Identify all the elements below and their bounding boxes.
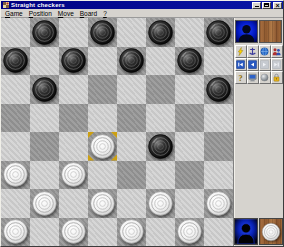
square-6-1[interactable]	[1, 161, 30, 190]
black-checker[interactable]	[88, 18, 117, 47]
square-3-1[interactable]	[1, 75, 30, 104]
top-player-row	[235, 20, 282, 43]
square-4-2[interactable]	[30, 104, 59, 133]
square-2-2[interactable]	[30, 47, 59, 76]
square-6-7[interactable]	[175, 161, 204, 190]
white-checker[interactable]	[88, 189, 117, 218]
square-3-7[interactable]	[175, 75, 204, 104]
square-5-4[interactable]	[88, 132, 117, 161]
square-4-8[interactable]	[204, 104, 233, 133]
square-2-1[interactable]	[1, 47, 30, 76]
square-6-2[interactable]	[30, 161, 59, 190]
network-button[interactable]	[259, 71, 271, 84]
black-checker[interactable]	[1, 47, 30, 76]
square-3-6[interactable]	[146, 75, 175, 104]
square-8-1[interactable]	[1, 218, 30, 247]
black-player-swatch	[259, 20, 282, 43]
white-player-swatch	[259, 218, 283, 245]
square-1-1[interactable]	[1, 18, 30, 47]
white-checker[interactable]	[117, 218, 146, 247]
square-1-6[interactable]	[146, 18, 175, 47]
maximize-button[interactable]	[262, 2, 271, 9]
bottom-player-row	[234, 218, 283, 245]
square-4-1[interactable]	[1, 104, 30, 133]
square-5-6[interactable]	[146, 132, 175, 161]
square-5-5[interactable]	[117, 132, 146, 161]
white-checker[interactable]	[88, 132, 117, 161]
white-checker[interactable]	[30, 189, 59, 218]
side-toolbar: ?	[235, 45, 283, 84]
display-button[interactable]	[247, 71, 259, 84]
nav-back-button[interactable]	[247, 58, 259, 71]
minimize-button[interactable]	[252, 2, 261, 9]
square-7-6[interactable]	[146, 189, 175, 218]
square-4-7[interactable]	[175, 104, 204, 133]
square-4-6[interactable]	[146, 104, 175, 133]
black-checker[interactable]	[175, 47, 204, 76]
square-2-7[interactable]	[175, 47, 204, 76]
minimize-icon	[255, 6, 259, 7]
square-8-3[interactable]	[59, 218, 88, 247]
square-8-6[interactable]	[146, 218, 175, 247]
white-checker[interactable]	[1, 218, 30, 247]
menu-item-game[interactable]: Game	[2, 10, 26, 17]
white-checker[interactable]	[204, 189, 233, 218]
black-checker[interactable]	[146, 18, 175, 47]
square-1-3[interactable]	[59, 18, 88, 47]
white-checker-icon	[261, 222, 281, 242]
white-checker[interactable]	[1, 161, 30, 190]
square-7-5[interactable]	[117, 189, 146, 218]
square-1-8[interactable]	[204, 18, 233, 47]
nav-first-button[interactable]	[235, 58, 247, 71]
maximize-icon	[264, 3, 269, 7]
square-2-8[interactable]	[204, 47, 233, 76]
square-7-3[interactable]	[59, 189, 88, 218]
menu-item-move[interactable]: Move	[55, 10, 77, 17]
board	[1, 18, 233, 246]
white-checker[interactable]	[146, 189, 175, 218]
client-area: ?	[1, 18, 283, 246]
nav-last-button[interactable]	[271, 58, 283, 71]
square-2-5[interactable]	[117, 47, 146, 76]
square-1-4[interactable]	[88, 18, 117, 47]
square-7-7[interactable]	[175, 189, 204, 218]
square-2-4[interactable]	[88, 47, 117, 76]
close-icon: ×	[275, 3, 279, 8]
square-6-4[interactable]	[88, 161, 117, 190]
menu-item-board[interactable]: Board	[77, 10, 100, 17]
black-checker[interactable]	[30, 18, 59, 47]
window-title: Straight checkers	[11, 1, 251, 9]
black-checker[interactable]	[30, 75, 59, 104]
person-silhouette-icon	[236, 21, 257, 42]
title-bar: Straight checkers ×	[1, 1, 283, 9]
square-5-8[interactable]	[204, 132, 233, 161]
square-5-1[interactable]	[1, 132, 30, 161]
square-8-5[interactable]	[117, 218, 146, 247]
svg-text:?: ?	[238, 74, 242, 83]
square-6-8[interactable]	[204, 161, 233, 190]
tools-button[interactable]	[247, 45, 259, 58]
square-4-3[interactable]	[59, 104, 88, 133]
square-2-3[interactable]	[59, 47, 88, 76]
move-now-button[interactable]	[235, 45, 247, 58]
white-player-avatar	[234, 218, 258, 245]
person-silhouette-icon	[235, 219, 257, 244]
square-7-8[interactable]	[204, 189, 233, 218]
app-window: Straight checkers × GamePositionMoveBoar…	[0, 0, 284, 247]
close-button[interactable]: ×	[273, 2, 282, 9]
square-4-4[interactable]	[88, 104, 117, 133]
square-3-5[interactable]	[117, 75, 146, 104]
white-checker[interactable]	[175, 218, 204, 247]
hint-button[interactable]: ?	[235, 71, 247, 84]
menu-bar: GamePositionMoveBoard?	[1, 9, 283, 18]
nav-forward-button[interactable]	[259, 58, 271, 71]
white-checker[interactable]	[59, 218, 88, 247]
square-7-4[interactable]	[88, 189, 117, 218]
square-6-5[interactable]	[117, 161, 146, 190]
web-help-button[interactable]	[259, 45, 271, 58]
square-1-5[interactable]	[117, 18, 146, 47]
black-player-avatar	[235, 20, 258, 43]
menu-item-help[interactable]: ?	[100, 10, 110, 17]
black-checker[interactable]	[204, 18, 233, 47]
side-panel: ?	[233, 18, 283, 246]
square-8-8[interactable]	[204, 218, 233, 247]
square-6-3[interactable]	[59, 161, 88, 190]
menu-item-position[interactable]: Position	[26, 10, 55, 17]
square-7-2[interactable]	[30, 189, 59, 218]
app-icon	[3, 2, 9, 8]
square-4-5[interactable]	[117, 104, 146, 133]
black-checker[interactable]	[59, 47, 88, 76]
black-checker[interactable]	[146, 132, 175, 161]
lock-button[interactable]	[271, 71, 283, 84]
square-3-2[interactable]	[30, 75, 59, 104]
square-8-2[interactable]	[30, 218, 59, 247]
square-1-7[interactable]	[175, 18, 204, 47]
black-checker[interactable]	[204, 75, 233, 104]
square-5-7[interactable]	[175, 132, 204, 161]
square-3-3[interactable]	[59, 75, 88, 104]
square-8-4[interactable]	[88, 218, 117, 247]
square-1-2[interactable]	[30, 18, 59, 47]
square-7-1[interactable]	[1, 189, 30, 218]
square-5-2[interactable]	[30, 132, 59, 161]
white-checker[interactable]	[59, 161, 88, 190]
square-3-8[interactable]	[204, 75, 233, 104]
square-3-4[interactable]	[88, 75, 117, 104]
players-button[interactable]	[271, 45, 283, 58]
square-8-7[interactable]	[175, 218, 204, 247]
square-6-6[interactable]	[146, 161, 175, 190]
square-2-6[interactable]	[146, 47, 175, 76]
square-5-3[interactable]	[59, 132, 88, 161]
black-checker[interactable]	[117, 47, 146, 76]
